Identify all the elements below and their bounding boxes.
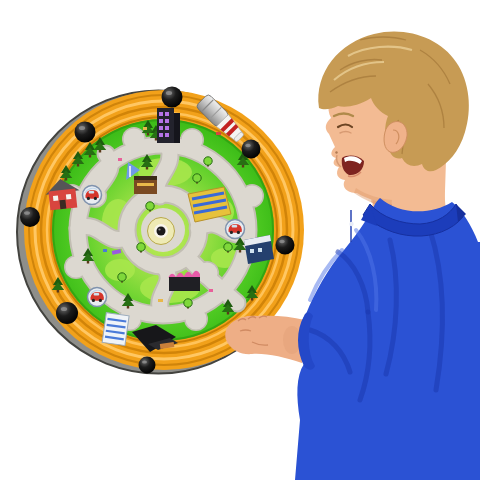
car-piece-red-e[interactable] bbox=[226, 220, 245, 239]
photo-scene bbox=[0, 0, 480, 480]
purple-tower bbox=[157, 108, 180, 143]
magnet-knob[interactable] bbox=[56, 302, 78, 324]
nostril bbox=[335, 151, 337, 153]
boy-shirt bbox=[295, 198, 480, 480]
boy-arm bbox=[225, 312, 315, 370]
magnet-knob[interactable] bbox=[276, 236, 295, 255]
car-piece-red-sw[interactable] bbox=[88, 288, 107, 307]
car-piece-red-nw[interactable] bbox=[83, 186, 102, 205]
center-hub[interactable] bbox=[148, 218, 175, 245]
white-building bbox=[102, 313, 129, 346]
navy-building bbox=[244, 235, 274, 264]
magnet-knob[interactable] bbox=[75, 122, 96, 143]
magnet-knob[interactable] bbox=[242, 140, 261, 159]
magnet-knob[interactable] bbox=[20, 207, 40, 227]
magnet-knob[interactable] bbox=[162, 87, 183, 108]
polo-button bbox=[349, 222, 353, 226]
scene-graphic bbox=[0, 0, 480, 480]
brown-building bbox=[134, 176, 157, 194]
magnet-knob[interactable] bbox=[139, 357, 156, 374]
